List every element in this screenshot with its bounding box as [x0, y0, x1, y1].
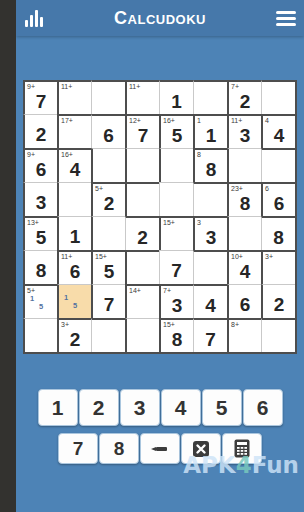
key-4[interactable]: 4	[161, 389, 201, 426]
cage-target-label: 14+	[129, 287, 141, 295]
cell-r2c1[interactable]: 16+4	[57, 148, 91, 182]
puzzle-board: 9+711+11+17+2217+612+716+51111+3449+616+…	[23, 80, 297, 354]
cell-r6c4[interactable]: 7+3	[159, 284, 193, 318]
cell-r2c7[interactable]	[261, 148, 295, 182]
cell-r6c3[interactable]: 14+	[125, 284, 159, 318]
cell-r5c5[interactable]	[193, 250, 227, 284]
page-title: Calcudoku	[16, 8, 304, 29]
cell-value: 1	[160, 89, 193, 114]
cell-r2c2[interactable]	[91, 148, 125, 182]
pencil-mark-1: 1	[30, 295, 34, 303]
cell-r1c3[interactable]: 12+7	[125, 114, 159, 148]
key-6[interactable]: 6	[243, 389, 283, 426]
cell-r4c4[interactable]: 15+	[159, 216, 193, 250]
cell-r2c3[interactable]	[125, 148, 159, 182]
cell-value: 4	[59, 157, 91, 182]
cell-value: 8	[195, 157, 227, 182]
cell-value: 8	[161, 327, 193, 352]
cell-value: 8	[229, 191, 261, 216]
cell-value: 7	[93, 292, 125, 318]
cell-r0c5[interactable]	[193, 80, 227, 114]
key-3[interactable]: 3	[120, 389, 160, 426]
cell-r2c5[interactable]: 88	[193, 148, 227, 182]
cell-r7c5[interactable]: 7	[193, 318, 227, 352]
cell-r5c2[interactable]: 15+5	[91, 250, 125, 284]
cell-r1c5[interactable]: 11	[193, 114, 227, 148]
cell-value: 6	[92, 123, 125, 148]
menu-button[interactable]	[268, 0, 304, 36]
cell-r3c7[interactable]: 66	[261, 182, 295, 216]
cell-value: 2	[263, 292, 295, 318]
cell-value: 8	[25, 258, 57, 284]
cell-r3c3[interactable]	[125, 182, 159, 216]
cell-value: 6	[263, 191, 295, 216]
cage-target-label: 17+	[61, 117, 73, 125]
cell-value: 2	[25, 122, 57, 148]
cell-r7c2[interactable]	[91, 318, 125, 352]
cell-r5c3[interactable]	[125, 250, 159, 284]
cell-r4c3[interactable]: 2	[125, 216, 159, 250]
cell-r4c5[interactable]: 33	[193, 216, 227, 250]
key-5[interactable]: 5	[202, 389, 242, 426]
cell-r0c1[interactable]: 11+	[57, 80, 91, 114]
cell-r5c6[interactable]: 10+4	[227, 250, 261, 284]
cell-r2c6[interactable]	[227, 148, 261, 182]
cell-r5c4[interactable]: 7	[159, 250, 193, 284]
key-2[interactable]: 2	[79, 389, 119, 426]
cell-r6c5[interactable]: 4	[193, 284, 227, 318]
keypad-row-1: 123456	[16, 389, 304, 426]
cell-value: 3	[161, 293, 193, 318]
pencil-mark-5: 5	[39, 303, 43, 311]
stats-button[interactable]	[16, 0, 52, 36]
cell-value: 7	[194, 327, 227, 352]
cell-r4c0[interactable]: 13+5	[23, 216, 57, 250]
cell-r2c4[interactable]	[159, 148, 193, 182]
cell-r3c1[interactable]	[57, 182, 91, 216]
cell-r0c3[interactable]: 11+	[125, 80, 159, 114]
key-1[interactable]: 1	[38, 389, 78, 426]
watermark: APK4Fun	[183, 452, 299, 478]
cage-target-label: 3+	[265, 253, 273, 261]
bar-chart-icon	[25, 10, 43, 27]
cell-r3c2[interactable]: 5+2	[91, 182, 125, 216]
pencil-button[interactable]	[140, 433, 180, 464]
cell-r1c7[interactable]: 44	[261, 114, 295, 148]
calcudoku-app: Calcudoku 9+711+11+17+2217+612+716+51111…	[16, 0, 304, 512]
app-bar: Calcudoku	[16, 0, 304, 36]
cell-value: 8	[262, 225, 295, 250]
cell-value: 5	[93, 259, 125, 284]
cell-r7c3[interactable]	[125, 318, 159, 352]
cell-value: 2	[93, 191, 125, 216]
cell-r4c6[interactable]	[227, 216, 261, 250]
cell-r4c2[interactable]	[91, 216, 125, 250]
cell-r7c6[interactable]: 8+	[227, 318, 261, 352]
cell-r6c2[interactable]: 7	[91, 284, 125, 318]
cell-r1c1[interactable]: 17+	[57, 114, 91, 148]
cell-value: 2	[126, 225, 159, 250]
cage-target-label: 15+	[163, 219, 175, 227]
cell-r1c2[interactable]: 6	[91, 114, 125, 148]
pencil-icon	[150, 442, 170, 456]
cage-target-label: 8+	[231, 321, 239, 329]
cell-value: 4	[263, 123, 295, 148]
cell-r2c0[interactable]: 9+6	[23, 148, 57, 182]
cell-r7c0[interactable]	[23, 318, 57, 352]
cell-r3c4[interactable]	[159, 182, 193, 216]
cell-r7c4[interactable]: 15+8	[159, 318, 193, 352]
cell-value: 3	[229, 123, 261, 148]
menu-icon	[276, 11, 296, 29]
pencil-mark-1: 1	[64, 294, 68, 302]
cell-value: 7	[127, 123, 159, 148]
cell-r4c7[interactable]: 8	[261, 216, 295, 250]
cell-r0c0[interactable]: 9+7	[23, 80, 57, 114]
cell-value: 7	[160, 258, 193, 284]
cell-value: 1	[195, 123, 227, 148]
cell-value: 2	[59, 327, 91, 352]
cell-r3c5[interactable]	[193, 182, 227, 216]
cell-r1c0[interactable]: 2	[23, 114, 57, 148]
cell-value: 1	[59, 224, 91, 250]
cell-r7c1[interactable]: 3+2	[57, 318, 91, 352]
cage-target-label: 11+	[129, 83, 140, 91]
cell-value: 4	[194, 293, 227, 318]
cell-r1c4[interactable]: 16+5	[159, 114, 193, 148]
cell-r3c0[interactable]: 3	[23, 182, 57, 216]
cell-r5c7[interactable]: 3+	[261, 250, 295, 284]
cell-value: 3	[195, 225, 227, 250]
key-8[interactable]: 8	[99, 433, 139, 464]
cell-r5c0[interactable]: 8	[23, 250, 57, 284]
pencil-mark-5: 5	[73, 302, 77, 310]
cell-r4c1[interactable]: 1	[57, 216, 91, 250]
cell-value: 6	[25, 157, 57, 182]
cell-value: 6	[229, 292, 261, 318]
cell-value: 5	[25, 225, 57, 250]
cell-r7c7[interactable]	[261, 318, 295, 352]
cell-r0c2[interactable]	[91, 80, 125, 114]
cell-value: 6	[59, 259, 91, 284]
cell-value: 7	[25, 89, 57, 114]
cell-r1c6[interactable]: 11+3	[227, 114, 261, 148]
cell-value: 3	[25, 190, 57, 216]
cell-r5c1[interactable]: 11+6	[57, 250, 91, 284]
cage-target-label: 11+	[61, 83, 72, 91]
cell-r6c1-selected[interactable]: 15	[57, 284, 91, 318]
cell-r6c7[interactable]: 2	[261, 284, 295, 318]
cell-r0c6[interactable]: 7+2	[227, 80, 261, 114]
cell-r0c7[interactable]	[261, 80, 295, 114]
cell-value: 2	[229, 89, 261, 114]
cell-value: 5	[161, 123, 193, 148]
cell-r6c6[interactable]: 6	[227, 284, 261, 318]
key-7[interactable]: 7	[58, 433, 98, 464]
cell-r0c4[interactable]: 1	[159, 80, 193, 114]
cell-r3c6[interactable]: 23+8	[227, 182, 261, 216]
cell-value: 4	[229, 259, 261, 284]
cell-r6c0[interactable]: 5+15	[23, 284, 57, 318]
